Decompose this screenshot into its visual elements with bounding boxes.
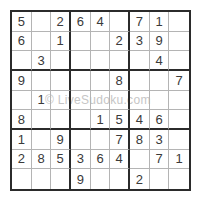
cell-r7c4[interactable] <box>71 130 91 150</box>
cell-r3c9[interactable] <box>169 51 189 71</box>
cell-r2c4[interactable] <box>71 32 91 52</box>
cell-r1c1[interactable]: 5 <box>12 12 32 32</box>
cell-r5c3[interactable] <box>51 91 71 111</box>
cell-r5c8[interactable] <box>150 91 170 111</box>
cell-r8c2[interactable]: 8 <box>32 150 52 170</box>
cell-r4c7[interactable] <box>130 71 150 91</box>
cell-r1c8[interactable]: 1 <box>150 12 170 32</box>
cell-r2c9[interactable] <box>169 32 189 52</box>
cell-r5c7[interactable] <box>130 91 150 111</box>
cell-r5c9[interactable] <box>169 91 189 111</box>
cell-r8c4[interactable]: 3 <box>71 150 91 170</box>
cell-r1c7[interactable]: 7 <box>130 12 150 32</box>
cell-r2c8[interactable]: 9 <box>150 32 170 52</box>
cell-r2c5[interactable] <box>91 32 111 52</box>
cell-r2c3[interactable]: 1 <box>51 32 71 52</box>
cell-r8c8[interactable]: 7 <box>150 150 170 170</box>
cell-r9c1[interactable] <box>12 169 32 189</box>
cell-r9c3[interactable] <box>51 169 71 189</box>
cell-r9c9[interactable] <box>169 169 189 189</box>
cell-r9c2[interactable] <box>32 169 52 189</box>
cell-r7c7[interactable]: 8 <box>130 130 150 150</box>
cell-r3c2[interactable]: 3 <box>32 51 52 71</box>
cell-r6c9[interactable] <box>169 110 189 130</box>
cell-r7c6[interactable]: 7 <box>110 130 130 150</box>
cell-r7c2[interactable] <box>32 130 52 150</box>
cell-r8c7[interactable] <box>130 150 150 170</box>
cell-r5c6[interactable] <box>110 91 130 111</box>
cell-r4c8[interactable] <box>150 71 170 91</box>
cell-r6c6[interactable]: 5 <box>110 110 130 130</box>
cell-r2c1[interactable]: 6 <box>12 32 32 52</box>
cell-r9c5[interactable] <box>91 169 111 189</box>
cell-r1c3[interactable]: 2 <box>51 12 71 32</box>
cell-r5c5[interactable] <box>91 91 111 111</box>
cell-r7c3[interactable]: 9 <box>51 130 71 150</box>
sudoku-board: 5264716123934987181546197832853647192© L… <box>10 10 191 191</box>
cell-r6c5[interactable]: 1 <box>91 110 111 130</box>
cell-r8c3[interactable]: 5 <box>51 150 71 170</box>
cell-r8c9[interactable]: 1 <box>169 150 189 170</box>
cell-r3c7[interactable] <box>130 51 150 71</box>
cell-r4c5[interactable] <box>91 71 111 91</box>
cell-r1c2[interactable] <box>32 12 52 32</box>
cell-r9c6[interactable] <box>110 169 130 189</box>
cell-r1c6[interactable] <box>110 12 130 32</box>
cell-r6c2[interactable] <box>32 110 52 130</box>
cell-r1c9[interactable] <box>169 12 189 32</box>
cell-r7c8[interactable]: 3 <box>150 130 170 150</box>
cell-r6c8[interactable]: 6 <box>150 110 170 130</box>
cell-r4c3[interactable] <box>51 71 71 91</box>
cell-r5c4[interactable] <box>71 91 91 111</box>
cell-r5c1[interactable] <box>12 91 32 111</box>
cell-r1c5[interactable]: 4 <box>91 12 111 32</box>
cell-r1c4[interactable]: 6 <box>71 12 91 32</box>
cell-r9c8[interactable] <box>150 169 170 189</box>
cell-r7c9[interactable] <box>169 130 189 150</box>
cell-r8c1[interactable]: 2 <box>12 150 32 170</box>
page: 5264716123934987181546197832853647192© L… <box>0 0 200 200</box>
cell-r3c5[interactable] <box>91 51 111 71</box>
cell-r9c4[interactable]: 9 <box>71 169 91 189</box>
cell-r6c1[interactable]: 8 <box>12 110 32 130</box>
cell-r6c3[interactable] <box>51 110 71 130</box>
cell-r5c2[interactable]: 1 <box>32 91 52 111</box>
cell-r8c5[interactable]: 6 <box>91 150 111 170</box>
cell-r8c6[interactable]: 4 <box>110 150 130 170</box>
cell-r7c1[interactable]: 1 <box>12 130 32 150</box>
cell-r2c2[interactable] <box>32 32 52 52</box>
cell-r2c6[interactable]: 2 <box>110 32 130 52</box>
cell-r4c9[interactable]: 7 <box>169 71 189 91</box>
cell-r3c6[interactable] <box>110 51 130 71</box>
cell-r4c6[interactable]: 8 <box>110 71 130 91</box>
cell-r3c3[interactable] <box>51 51 71 71</box>
cell-r2c7[interactable]: 3 <box>130 32 150 52</box>
cell-r4c4[interactable] <box>71 71 91 91</box>
cell-r7c5[interactable] <box>91 130 111 150</box>
cell-r4c2[interactable] <box>32 71 52 91</box>
cell-r4c1[interactable]: 9 <box>12 71 32 91</box>
cell-r3c8[interactable]: 4 <box>150 51 170 71</box>
cell-r3c4[interactable] <box>71 51 91 71</box>
cell-r9c7[interactable]: 2 <box>130 169 150 189</box>
cell-r6c4[interactable] <box>71 110 91 130</box>
cell-r3c1[interactable] <box>12 51 32 71</box>
cell-r6c7[interactable]: 4 <box>130 110 150 130</box>
